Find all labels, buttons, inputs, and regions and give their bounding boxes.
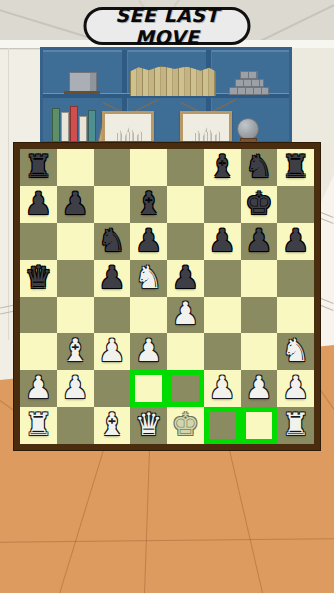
square-h8[interactable]: ♜	[277, 149, 314, 186]
piece-white-pawn: ♟	[135, 335, 163, 366]
square-d8[interactable]	[130, 149, 167, 186]
piece-white-knight: ♞	[282, 335, 310, 366]
piece-black-knight: ♞	[98, 225, 126, 256]
square-a6[interactable]	[20, 223, 57, 260]
square-f3[interactable]	[204, 333, 241, 370]
square-g2[interactable]: ♟	[241, 370, 278, 407]
see-last-move-button[interactable]: SEE LAST MOVE	[84, 7, 251, 45]
square-g4[interactable]	[241, 297, 278, 334]
piece-black-rook: ♜	[24, 151, 52, 182]
square-d2[interactable]	[130, 370, 167, 407]
book-row	[130, 66, 216, 96]
square-f2[interactable]: ♟	[204, 370, 241, 407]
square-f8[interactable]: ♝	[204, 149, 241, 186]
piece-black-pawn: ♟	[61, 188, 89, 219]
square-a4[interactable]	[20, 297, 57, 334]
square-e4[interactable]: ♟	[167, 297, 204, 334]
square-g8[interactable]: ♞	[241, 149, 278, 186]
shelf-box-object	[69, 72, 97, 93]
piece-black-rook: ♜	[282, 151, 310, 182]
square-c2[interactable]	[94, 370, 131, 407]
piece-black-pawn: ♟	[208, 225, 236, 256]
square-e6[interactable]	[167, 223, 204, 260]
square-h5[interactable]	[277, 260, 314, 297]
square-c1[interactable]: ♝	[94, 407, 131, 444]
piece-black-queen: ♛	[24, 262, 52, 293]
square-c4[interactable]	[94, 297, 131, 334]
piece-black-bishop: ♝	[135, 188, 163, 219]
square-h2[interactable]: ♟	[277, 370, 314, 407]
square-e3[interactable]	[167, 333, 204, 370]
square-f1[interactable]	[204, 407, 241, 444]
square-a8[interactable]: ♜	[20, 149, 57, 186]
square-a5[interactable]: ♛	[20, 260, 57, 297]
square-b1[interactable]	[57, 407, 94, 444]
square-e5[interactable]: ♟	[167, 260, 204, 297]
picture-frame	[102, 111, 154, 144]
square-a7[interactable]: ♟	[20, 186, 57, 223]
floor-plank-line	[0, 538, 334, 543]
piece-black-bishop: ♝	[208, 151, 236, 182]
bookshelf	[40, 47, 292, 144]
square-d5[interactable]: ♞	[130, 260, 167, 297]
square-a2[interactable]: ♟	[20, 370, 57, 407]
square-d1[interactable]: ♛	[130, 407, 167, 444]
square-c6[interactable]: ♞	[94, 223, 131, 260]
square-c8[interactable]	[94, 149, 131, 186]
square-f7[interactable]	[204, 186, 241, 223]
wall-corner-line	[8, 48, 9, 340]
square-c5[interactable]: ♟	[94, 260, 131, 297]
square-d6[interactable]: ♟	[130, 223, 167, 260]
square-g6[interactable]: ♟	[241, 223, 278, 260]
floor-plank-line	[229, 450, 263, 593]
square-h4[interactable]	[277, 297, 314, 334]
square-b5[interactable]	[57, 260, 94, 297]
square-e2[interactable]	[167, 370, 204, 407]
piece-black-pawn: ♟	[135, 225, 163, 256]
square-b6[interactable]	[57, 223, 94, 260]
piece-white-rook: ♜	[24, 409, 52, 440]
piece-black-knight: ♞	[245, 151, 273, 182]
piece-black-pawn: ♟	[24, 188, 52, 219]
square-b8[interactable]	[57, 149, 94, 186]
globe-ornament	[237, 118, 259, 140]
square-c3[interactable]: ♟	[94, 333, 131, 370]
square-b3[interactable]: ♝	[57, 333, 94, 370]
square-e1[interactable]: ♚	[167, 407, 204, 444]
piece-white-queen: ♛	[135, 409, 163, 440]
square-e7[interactable]	[167, 186, 204, 223]
square-h6[interactable]: ♟	[277, 223, 314, 260]
piece-white-king: ♚	[171, 409, 199, 440]
floor-plank-line	[59, 450, 104, 593]
square-h1[interactable]: ♜	[277, 407, 314, 444]
shelf-stand	[64, 91, 100, 94]
app-screen: SEE LAST MOVE ♜♝♞♜♟♟♝♚♞♟♟♟♟♛♟♞♟♟♝♟♟♞♟♟♟♟…	[0, 0, 334, 593]
piece-white-pawn: ♟	[24, 372, 52, 403]
floor-plank-line	[144, 450, 150, 593]
square-d3[interactable]: ♟	[130, 333, 167, 370]
square-h3[interactable]: ♞	[277, 333, 314, 370]
square-b7[interactable]: ♟	[57, 186, 94, 223]
square-c7[interactable]	[94, 186, 131, 223]
chess-board: ♜♝♞♜♟♟♝♚♞♟♟♟♟♛♟♞♟♟♝♟♟♞♟♟♟♟♟♜♝♛♚♜	[14, 143, 320, 450]
piece-black-pawn: ♟	[245, 225, 273, 256]
piece-white-pawn: ♟	[171, 298, 199, 329]
square-d4[interactable]	[130, 297, 167, 334]
square-f5[interactable]	[204, 260, 241, 297]
square-f4[interactable]	[204, 297, 241, 334]
piece-white-pawn: ♟	[98, 335, 126, 366]
piece-black-pawn: ♟	[171, 262, 199, 293]
piece-white-rook: ♜	[282, 409, 310, 440]
square-g3[interactable]	[241, 333, 278, 370]
square-d7[interactable]: ♝	[130, 186, 167, 223]
piece-white-bishop: ♝	[98, 409, 126, 440]
square-g7[interactable]: ♚	[241, 186, 278, 223]
square-b2[interactable]: ♟	[57, 370, 94, 407]
piece-white-knight: ♞	[135, 262, 163, 293]
square-a3[interactable]	[20, 333, 57, 370]
square-e8[interactable]	[167, 149, 204, 186]
square-f6[interactable]: ♟	[204, 223, 241, 260]
piece-white-pawn: ♟	[208, 372, 236, 403]
cube-stack	[229, 71, 269, 95]
piece-black-pawn: ♟	[282, 225, 310, 256]
colorful-books	[52, 104, 108, 144]
piece-white-bishop: ♝	[61, 335, 89, 366]
square-b4[interactable]	[57, 297, 94, 334]
piece-black-king: ♚	[245, 188, 273, 219]
square-h7[interactable]	[277, 186, 314, 223]
square-g5[interactable]	[241, 260, 278, 297]
square-a1[interactable]: ♜	[20, 407, 57, 444]
piece-white-pawn: ♟	[61, 372, 89, 403]
piece-white-pawn: ♟	[245, 372, 273, 403]
piece-white-pawn: ♟	[282, 372, 310, 403]
piece-black-pawn: ♟	[98, 262, 126, 293]
square-g1[interactable]	[241, 407, 278, 444]
picture-frame	[180, 111, 232, 144]
